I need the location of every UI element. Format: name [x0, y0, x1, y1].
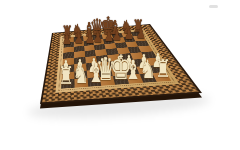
- faint-watermark-artifact: [209, 5, 218, 8]
- chess-set-photo: ♜♞♝♛♚♝♞♜♟♟♟♟♟♟♟♟♟♟♟♟♟♟♟♟♜♞♝♛♚♝♞♜: [0, 0, 240, 150]
- board-hinge-clasp: [156, 60, 161, 62]
- chess-board: [40, 24, 202, 104]
- board-square: [74, 78, 88, 88]
- board-square: [61, 79, 74, 89]
